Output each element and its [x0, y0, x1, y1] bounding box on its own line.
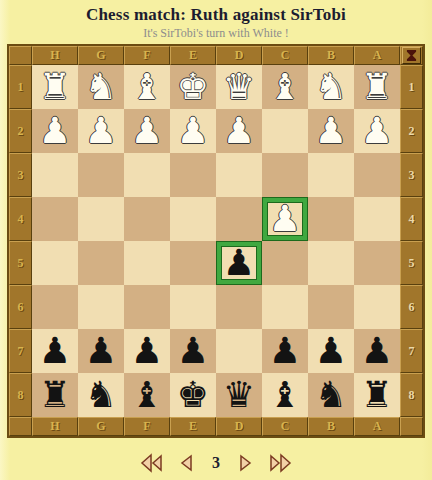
black-pawn: ♟	[39, 329, 71, 373]
square-b2[interactable]: ♟	[308, 109, 354, 153]
black-pawn: ♟	[85, 329, 117, 373]
black-knight: ♞	[85, 373, 117, 417]
square-h8[interactable]: ♜	[32, 373, 78, 417]
square-e6[interactable]	[170, 285, 216, 329]
square-c5[interactable]	[262, 241, 308, 285]
file-label-top-e: E	[170, 46, 216, 65]
file-label-bottom-e: E	[170, 417, 216, 436]
file-label-top-d: D	[216, 46, 262, 65]
chess-board: HGFEDCBA1♜♞♝♚♛♝♞♜12♟♟♟♟♟♟♟2334♟45♟5667♟♟…	[7, 44, 425, 438]
square-a3[interactable]	[354, 153, 400, 197]
black-bishop: ♝	[269, 373, 301, 417]
file-label-bottom-d: D	[216, 417, 262, 436]
square-e1[interactable]: ♚	[170, 65, 216, 109]
nav-next-button[interactable]	[238, 453, 253, 473]
square-c6[interactable]	[262, 285, 308, 329]
black-bishop: ♝	[131, 373, 163, 417]
square-h2[interactable]: ♟	[32, 109, 78, 153]
square-d2[interactable]: ♟	[216, 109, 262, 153]
file-label-top-h: H	[32, 46, 78, 65]
turn-status: It's SirTobi's turn with White !	[0, 26, 432, 41]
square-c3[interactable]	[262, 153, 308, 197]
rank-label-left-7: 7	[9, 329, 32, 373]
nav-last-button[interactable]	[268, 453, 292, 473]
white-rook: ♜	[361, 65, 393, 109]
board-corner-bottom-left	[9, 417, 32, 436]
square-h4[interactable]	[32, 197, 78, 241]
square-d3[interactable]	[216, 153, 262, 197]
white-pawn: ♟	[315, 109, 347, 153]
square-e4[interactable]	[170, 197, 216, 241]
square-a7[interactable]: ♟	[354, 329, 400, 373]
square-b5[interactable]	[308, 241, 354, 285]
square-f6[interactable]	[124, 285, 170, 329]
square-c2[interactable]	[262, 109, 308, 153]
rank-label-left-4: 4	[9, 197, 32, 241]
square-h1[interactable]: ♜	[32, 65, 78, 109]
rank-label-left-5: 5	[9, 241, 32, 285]
file-label-bottom-g: G	[78, 417, 124, 436]
rank-label-right-6: 6	[400, 285, 423, 329]
double-left-arrow-icon	[140, 453, 164, 473]
rank-label-right-1: 1	[400, 65, 423, 109]
square-d5[interactable]: ♟	[216, 241, 262, 285]
square-h3[interactable]	[32, 153, 78, 197]
file-label-top-c: C	[262, 46, 308, 65]
square-g8[interactable]: ♞	[78, 373, 124, 417]
square-a5[interactable]	[354, 241, 400, 285]
rank-label-left-8: 8	[9, 373, 32, 417]
white-pawn: ♟	[223, 109, 255, 153]
rank-label-left-6: 6	[9, 285, 32, 329]
white-rook: ♜	[39, 65, 71, 109]
rank-label-left-3: 3	[9, 153, 32, 197]
square-a8[interactable]: ♜	[354, 373, 400, 417]
square-g4[interactable]	[78, 197, 124, 241]
square-b1[interactable]: ♞	[308, 65, 354, 109]
white-pawn: ♟	[131, 109, 163, 153]
square-f4[interactable]	[124, 197, 170, 241]
square-d4[interactable]	[216, 197, 262, 241]
white-knight: ♞	[315, 65, 347, 109]
board-corner-top-left	[9, 46, 32, 65]
file-label-bottom-b: B	[308, 417, 354, 436]
square-e2[interactable]: ♟	[170, 109, 216, 153]
square-g2[interactable]: ♟	[78, 109, 124, 153]
white-bishop: ♝	[269, 65, 301, 109]
rank-label-left-2: 2	[9, 109, 32, 153]
black-pawn: ♟	[223, 241, 255, 285]
white-knight: ♞	[85, 65, 117, 109]
white-pawn: ♟	[361, 109, 393, 153]
file-label-bottom-a: A	[354, 417, 400, 436]
rank-label-right-8: 8	[400, 373, 423, 417]
square-c8[interactable]: ♝	[262, 373, 308, 417]
square-f7[interactable]: ♟	[124, 329, 170, 373]
right-arrow-icon	[238, 453, 253, 473]
file-label-top-g: G	[78, 46, 124, 65]
black-pawn: ♟	[361, 329, 393, 373]
square-f3[interactable]	[124, 153, 170, 197]
square-g1[interactable]: ♞	[78, 65, 124, 109]
square-c7[interactable]: ♟	[262, 329, 308, 373]
square-f2[interactable]: ♟	[124, 109, 170, 153]
file-label-top-b: B	[308, 46, 354, 65]
square-a2[interactable]: ♟	[354, 109, 400, 153]
square-h7[interactable]: ♟	[32, 329, 78, 373]
white-king: ♚	[177, 65, 209, 109]
file-label-bottom-f: F	[124, 417, 170, 436]
white-pawn: ♟	[39, 109, 71, 153]
square-a1[interactable]: ♜	[354, 65, 400, 109]
file-label-top-f: F	[124, 46, 170, 65]
square-g7[interactable]: ♟	[78, 329, 124, 373]
square-e7[interactable]: ♟	[170, 329, 216, 373]
square-c1[interactable]: ♝	[262, 65, 308, 109]
square-g6[interactable]	[78, 285, 124, 329]
black-pawn: ♟	[177, 329, 209, 373]
square-h5[interactable]	[32, 241, 78, 285]
black-pawn: ♟	[131, 329, 163, 373]
white-pawn: ♟	[85, 109, 117, 153]
square-d1[interactable]: ♛	[216, 65, 262, 109]
square-f8[interactable]: ♝	[124, 373, 170, 417]
move-navigation: 3	[0, 453, 432, 473]
square-d8[interactable]: ♛	[216, 373, 262, 417]
square-b6[interactable]	[308, 285, 354, 329]
square-b4[interactable]	[308, 197, 354, 241]
square-e5[interactable]	[170, 241, 216, 285]
black-pawn: ♟	[269, 329, 301, 373]
white-queen: ♛	[223, 65, 255, 109]
square-e8[interactable]: ♚	[170, 373, 216, 417]
rank-label-right-4: 4	[400, 197, 423, 241]
white-pawn: ♟	[177, 109, 209, 153]
double-right-arrow-icon	[268, 453, 292, 473]
file-label-bottom-c: C	[262, 417, 308, 436]
square-d6[interactable]	[216, 285, 262, 329]
black-rook: ♜	[39, 373, 71, 417]
black-knight: ♞	[315, 373, 347, 417]
black-queen: ♛	[223, 373, 255, 417]
white-pawn: ♟	[269, 197, 301, 241]
black-pawn: ♟	[315, 329, 347, 373]
left-arrow-icon	[179, 453, 194, 473]
board-corner-bottom-right	[400, 417, 423, 436]
nav-first-button[interactable]	[140, 453, 164, 473]
square-b8[interactable]: ♞	[308, 373, 354, 417]
square-h6[interactable]	[32, 285, 78, 329]
square-b3[interactable]	[308, 153, 354, 197]
black-rook: ♜	[361, 373, 393, 417]
square-d7[interactable]	[216, 329, 262, 373]
rank-label-right-7: 7	[400, 329, 423, 373]
square-c4[interactable]: ♟	[262, 197, 308, 241]
square-a6[interactable]	[354, 285, 400, 329]
file-label-bottom-h: H	[32, 417, 78, 436]
square-g3[interactable]	[78, 153, 124, 197]
square-e3[interactable]	[170, 153, 216, 197]
square-f1[interactable]: ♝	[124, 65, 170, 109]
black-king: ♚	[177, 373, 209, 417]
nav-prev-button[interactable]	[179, 453, 194, 473]
rank-label-right-3: 3	[400, 153, 423, 197]
move-number: 3	[209, 454, 223, 472]
square-f5[interactable]	[124, 241, 170, 285]
file-label-top-a: A	[354, 46, 400, 65]
square-b7[interactable]: ♟	[308, 329, 354, 373]
rank-label-left-1: 1	[9, 65, 32, 109]
board-corner-top-right	[400, 46, 423, 65]
hourglass-icon	[402, 47, 421, 64]
white-bishop: ♝	[131, 65, 163, 109]
page-title: Chess match: Ruth against SirTobi	[0, 5, 432, 25]
rank-label-right-2: 2	[400, 109, 423, 153]
square-g5[interactable]	[78, 241, 124, 285]
square-a4[interactable]	[354, 197, 400, 241]
rank-label-right-5: 5	[400, 241, 423, 285]
